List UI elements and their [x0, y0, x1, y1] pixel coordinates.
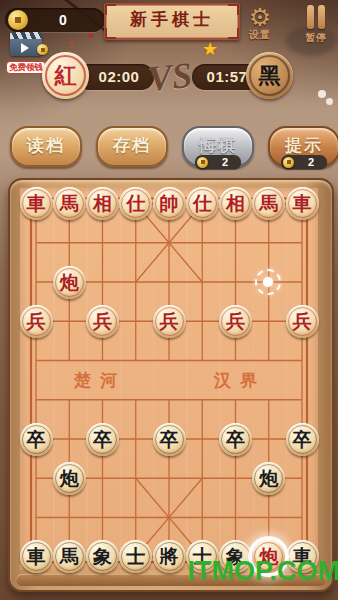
undo-count: 2: [209, 155, 241, 169]
piece-black-卒[interactable]: 卒: [86, 423, 119, 456]
piece-red-帥[interactable]: 帥: [153, 187, 186, 220]
blossom-decoration: [70, 41, 74, 45]
free-money-label: 免费领钱: [6, 61, 46, 74]
piece-black-士[interactable]: 士: [119, 540, 152, 573]
undo-label: 悔棋: [199, 136, 237, 155]
piece-red-車[interactable]: 車: [20, 187, 53, 220]
clapperboard-icon: [10, 32, 42, 56]
piece-red-仕[interactable]: 仕: [119, 187, 152, 220]
blossom-decoration: [326, 98, 333, 105]
piece-red-兵[interactable]: 兵: [153, 305, 186, 338]
piece-black-卒[interactable]: 卒: [20, 423, 53, 456]
coin-counter[interactable]: 0: [5, 8, 105, 32]
xiangqi-board[interactable]: 楚河 汉界 車馬相仕帥仕相馬車炮兵兵兵兵兵卒卒卒卒卒炮炮車馬象士將士象炮車: [20, 188, 318, 570]
hint-count: 2: [295, 155, 327, 169]
coin-amount: 0: [29, 8, 97, 32]
piece-black-卒[interactable]: 卒: [153, 423, 186, 456]
piece-black-炮[interactable]: 炮: [252, 462, 285, 495]
piece-black-炮[interactable]: 炮: [53, 462, 86, 495]
piece-black-卒[interactable]: 卒: [219, 423, 252, 456]
star-icon: ★: [202, 38, 218, 60]
piece-red-炮[interactable]: 炮: [53, 266, 86, 299]
save-label: 存档: [113, 136, 151, 155]
undo-move-button[interactable]: 悔棋 2: [182, 126, 254, 167]
load-game-button[interactable]: 读档: [10, 126, 82, 167]
piece-black-車[interactable]: 車: [20, 540, 53, 573]
piece-red-兵[interactable]: 兵: [286, 305, 319, 338]
piece-red-車[interactable]: 車: [286, 187, 319, 220]
piece-red-兵[interactable]: 兵: [219, 305, 252, 338]
undo-cost-badge: 2: [195, 155, 241, 169]
pause-button[interactable]: 暂停: [294, 5, 338, 45]
level-title-plaque: 新手棋士: [104, 3, 240, 40]
pause-icon: [305, 5, 327, 29]
piece-red-相[interactable]: 相: [86, 187, 119, 220]
river-label-left: 楚河: [74, 369, 126, 392]
hint-button[interactable]: 提示 2: [268, 126, 338, 167]
river-label-right: 汉界: [214, 369, 266, 392]
save-game-button[interactable]: 存档: [96, 126, 168, 167]
black-player-avatar: 黑: [246, 52, 293, 99]
pause-label: 暂停: [294, 31, 338, 45]
gear-icon: ⚙: [249, 3, 271, 31]
settings-button[interactable]: ⚙ 设置: [238, 4, 282, 42]
settings-label: 设置: [238, 28, 282, 42]
piece-red-馬[interactable]: 馬: [53, 187, 86, 220]
piece-red-兵[interactable]: 兵: [20, 305, 53, 338]
piece-red-仕[interactable]: 仕: [186, 187, 219, 220]
red-player-avatar: 紅: [42, 52, 89, 99]
red-player-label: 紅: [42, 52, 89, 99]
piece-black-馬[interactable]: 馬: [53, 540, 86, 573]
watermark: ITMOP.COM: [187, 556, 338, 587]
piece-black-象[interactable]: 象: [86, 540, 119, 573]
blossom-decoration: [318, 90, 326, 98]
hint-cost-badge: 2: [281, 155, 327, 169]
move-origin-marker: [255, 269, 281, 295]
hint-label: 提示: [285, 136, 323, 155]
piece-red-相[interactable]: 相: [219, 187, 252, 220]
piece-black-將[interactable]: 將: [153, 540, 186, 573]
blossom-decoration: [88, 33, 93, 38]
piece-red-兵[interactable]: 兵: [86, 305, 119, 338]
load-label: 读档: [27, 136, 65, 155]
board-grid: [20, 188, 318, 570]
vs-emblem: VS: [144, 50, 197, 105]
app-screen: 0 新手棋士 ⚙ 设置 暂停 免费领钱 02:00 01:57 紅 黑 VS ★…: [0, 0, 338, 600]
piece-black-卒[interactable]: 卒: [286, 423, 319, 456]
black-player-label: 黑: [246, 52, 293, 99]
coin-icon: [197, 157, 208, 168]
coin-icon: [8, 10, 28, 30]
page-title: 新手棋士: [106, 5, 238, 38]
coin-icon: [283, 157, 294, 168]
piece-red-馬[interactable]: 馬: [252, 187, 285, 220]
action-bar: 读档 存档 悔棋 2 提示 2: [0, 126, 338, 170]
